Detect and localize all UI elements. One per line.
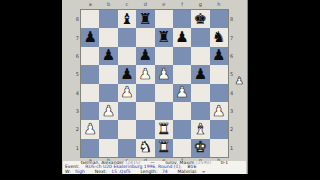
material-value: =	[202, 169, 206, 174]
rank-label-4: 4	[230, 84, 246, 102]
square-f7[interactable]: ♟	[173, 28, 191, 46]
length-value: 74	[162, 169, 168, 174]
rank-label-4: 4	[62, 84, 79, 102]
square-c2[interactable]	[118, 120, 136, 138]
black-rook-piece: ♜	[157, 30, 170, 45]
square-h2[interactable]	[210, 120, 228, 138]
black-pawn-piece: ♟	[83, 30, 96, 45]
square-f4[interactable]: ♟	[173, 84, 191, 102]
length-label: Length:	[140, 169, 157, 174]
square-f1[interactable]	[173, 139, 191, 157]
rank-label-2: 2	[230, 120, 246, 138]
square-h5[interactable]	[210, 65, 228, 83]
square-a6[interactable]	[81, 47, 99, 65]
square-a2[interactable]: ♟	[81, 120, 99, 138]
black-rook-piece: ♜	[139, 12, 152, 27]
rank-label-3: 3	[62, 102, 79, 120]
rank-label-8: 8	[62, 10, 79, 28]
square-b2[interactable]	[99, 120, 117, 138]
white-king-piece: ♚	[194, 140, 207, 155]
chess-diagram-window: abcdefgh 87654321 87654321 ♝♜♚♟♜♟♞♟♟♟♟♟♟…	[62, 0, 248, 174]
square-g6[interactable]	[191, 47, 209, 65]
square-h4[interactable]	[210, 84, 228, 102]
square-a4[interactable]	[81, 84, 99, 102]
stats-line: W: high Next: 15 .Qxf5 Length: 74 Materi…	[63, 170, 246, 174]
file-label-h: h	[210, 2, 228, 8]
square-c8[interactable]: ♝	[118, 10, 136, 28]
square-c1[interactable]	[118, 139, 136, 157]
rank-label-3: 3	[230, 102, 246, 120]
square-c5[interactable]: ♟	[118, 65, 136, 83]
square-d8[interactable]: ♜	[136, 10, 154, 28]
black-pawn-piece: ♟	[175, 30, 188, 45]
white-pawn-piece: ♟	[120, 85, 133, 100]
square-e3[interactable]	[155, 102, 173, 120]
black-pawn-piece: ♟	[212, 48, 225, 63]
white-pawn-piece: ♟	[139, 67, 152, 82]
side-to-move-pawn-icon: ♟	[235, 76, 244, 86]
square-f5[interactable]	[173, 65, 191, 83]
square-e7[interactable]: ♜	[155, 28, 173, 46]
square-e2[interactable]: ♜	[155, 120, 173, 138]
rank-label-1: 1	[230, 139, 246, 157]
white-pawn-piece: ♟	[212, 104, 225, 119]
square-a3[interactable]	[81, 102, 99, 120]
square-h8[interactable]	[210, 10, 228, 28]
black-pawn-piece: ♟	[139, 48, 152, 63]
file-label-b: b	[99, 2, 117, 8]
square-a8[interactable]	[81, 10, 99, 28]
square-c4[interactable]: ♟	[118, 84, 136, 102]
square-f8[interactable]	[173, 10, 191, 28]
square-c6[interactable]	[118, 47, 136, 65]
square-c7[interactable]	[118, 28, 136, 46]
material-label: Material:	[177, 169, 197, 174]
square-b8[interactable]	[99, 10, 117, 28]
square-b5[interactable]	[99, 65, 117, 83]
square-h7[interactable]: ♞	[210, 28, 228, 46]
caption-panel: Gelman, Alexander (2415) — Turov, Maxim …	[63, 161, 246, 174]
w-label: W:	[65, 169, 71, 174]
square-e5[interactable]: ♟	[155, 65, 173, 83]
square-f3[interactable]	[173, 102, 191, 120]
rank-label-1: 1	[62, 139, 79, 157]
square-e8[interactable]	[155, 10, 173, 28]
square-b1[interactable]	[99, 139, 117, 157]
rank-label-6: 6	[230, 47, 246, 65]
square-d3[interactable]	[136, 102, 154, 120]
next-label: Next:	[95, 169, 107, 174]
square-d7[interactable]	[136, 28, 154, 46]
square-h6[interactable]: ♟	[210, 47, 228, 65]
rank-label-7: 7	[62, 28, 79, 46]
black-bishop-piece: ♝	[120, 12, 133, 27]
rank-label-8: 8	[230, 10, 246, 28]
square-g3[interactable]	[191, 102, 209, 120]
file-label-g: g	[191, 2, 209, 8]
square-a5[interactable]	[81, 65, 99, 83]
square-g8[interactable]: ♚	[191, 10, 209, 28]
file-label-f: f	[173, 2, 191, 8]
white-pawn-piece: ♟	[102, 104, 115, 119]
rank-label-7: 7	[230, 28, 246, 46]
black-pawn-piece: ♟	[102, 48, 115, 63]
white-knight-piece: ♞	[139, 140, 152, 155]
square-e6[interactable]	[155, 47, 173, 65]
file-label-c: c	[118, 2, 136, 8]
rank-label-2: 2	[62, 120, 79, 138]
rank-labels-left: 87654321	[62, 10, 79, 157]
white-rook-piece: ♜	[157, 122, 170, 137]
square-b3[interactable]: ♟	[99, 102, 117, 120]
square-e4[interactable]	[155, 84, 173, 102]
black-pawn-piece: ♟	[120, 67, 133, 82]
square-g1[interactable]: ♚	[191, 139, 209, 157]
square-d4[interactable]	[136, 84, 154, 102]
square-b7[interactable]	[99, 28, 117, 46]
chess-board[interactable]: ♝♜♚♟♜♟♞♟♟♟♟♟♟♟♟♟♟♟♟♜♝♞♜♚	[81, 10, 228, 157]
square-b6[interactable]: ♟	[99, 47, 117, 65]
square-f6[interactable]	[173, 47, 191, 65]
square-g2[interactable]: ♝	[191, 120, 209, 138]
black-player-elo: (2590)	[196, 161, 211, 165]
white-bishop-piece: ♝	[194, 122, 207, 137]
square-d5[interactable]: ♟	[136, 65, 154, 83]
black-knight-piece: ♞	[212, 30, 225, 45]
square-c3[interactable]	[118, 102, 136, 120]
square-d2[interactable]	[136, 120, 154, 138]
square-h3[interactable]: ♟	[210, 102, 228, 120]
square-d1[interactable]: ♞	[136, 139, 154, 157]
square-g4[interactable]	[191, 84, 209, 102]
square-a1[interactable]	[81, 139, 99, 157]
rank-label-5: 5	[62, 65, 79, 83]
square-g7[interactable]	[191, 28, 209, 46]
square-d6[interactable]: ♟	[136, 47, 154, 65]
next-value: 15 .Qxf5	[111, 169, 130, 174]
square-h1[interactable]	[210, 139, 228, 157]
file-label-e: e	[155, 2, 173, 8]
square-a7[interactable]: ♟	[81, 28, 99, 46]
file-label-d: d	[136, 2, 154, 8]
square-e1[interactable]: ♜	[155, 139, 173, 157]
square-b4[interactable]	[99, 84, 117, 102]
black-pawn-piece: ♟	[194, 67, 207, 82]
rank-label-6: 6	[62, 47, 79, 65]
game-result: 0-1	[221, 161, 228, 165]
square-g5[interactable]: ♟	[191, 65, 209, 83]
white-pawn-piece: ♟	[175, 85, 188, 100]
white-pawn-piece: ♟	[157, 67, 170, 82]
white-pawn-piece: ♟	[83, 122, 96, 137]
video-frame: abcdefgh 87654321 87654321 ♝♜♚♟♜♟♞♟♟♟♟♟♟…	[0, 0, 320, 180]
file-label-a: a	[81, 2, 99, 8]
file-labels-top: abcdefgh	[81, 2, 228, 8]
w-value: high	[75, 169, 85, 174]
white-rook-piece: ♜	[157, 140, 170, 155]
black-king-piece: ♚	[194, 12, 207, 27]
square-f2[interactable]	[173, 120, 191, 138]
